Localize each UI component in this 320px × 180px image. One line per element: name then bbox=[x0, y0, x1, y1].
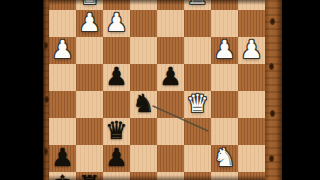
square-d7[interactable] bbox=[130, 10, 157, 37]
board-frame-left bbox=[43, 0, 49, 180]
square-e3[interactable] bbox=[157, 118, 184, 145]
square-a5[interactable] bbox=[49, 64, 76, 91]
board-frame-right bbox=[265, 0, 282, 180]
white-pawn-g6[interactable]: ♟ bbox=[211, 36, 238, 63]
wood-knot bbox=[43, 148, 48, 155]
wood-grain bbox=[265, 0, 282, 180]
white-pawn-c7[interactable]: ♟ bbox=[103, 9, 130, 36]
black-pawn-c5[interactable]: ♟ bbox=[103, 63, 130, 90]
top-edge-shadow bbox=[43, 0, 282, 5]
square-d6[interactable] bbox=[130, 37, 157, 64]
square-h5[interactable] bbox=[238, 64, 265, 91]
square-b4[interactable] bbox=[76, 91, 103, 118]
white-pawn-b7[interactable]: ♟ bbox=[76, 9, 103, 36]
wood-knot bbox=[44, 96, 49, 103]
square-g5[interactable] bbox=[211, 64, 238, 91]
square-b3[interactable] bbox=[76, 118, 103, 145]
square-f6[interactable] bbox=[184, 37, 211, 64]
square-e6[interactable] bbox=[157, 37, 184, 64]
white-queen-f4[interactable]: ♛ bbox=[184, 90, 211, 117]
square-a7[interactable] bbox=[49, 10, 76, 37]
square-g7[interactable] bbox=[211, 10, 238, 37]
square-h3[interactable] bbox=[238, 118, 265, 145]
square-d3[interactable] bbox=[130, 118, 157, 145]
square-h7[interactable] bbox=[238, 10, 265, 37]
square-c6[interactable] bbox=[103, 37, 130, 64]
square-f2[interactable] bbox=[184, 145, 211, 172]
square-h2[interactable] bbox=[238, 145, 265, 172]
white-pawn-a6[interactable]: ♟ bbox=[49, 36, 76, 63]
square-d2[interactable] bbox=[130, 145, 157, 172]
square-e4[interactable] bbox=[157, 91, 184, 118]
chess-board: ♚♜♟♟♟♟♟♟♟♞♛♛♟♟♞♚♜ bbox=[49, 0, 265, 180]
square-b5[interactable] bbox=[76, 64, 103, 91]
white-pawn-h6[interactable]: ♟ bbox=[238, 36, 265, 63]
black-pawn-e5[interactable]: ♟ bbox=[157, 63, 184, 90]
wood-knot bbox=[269, 155, 274, 162]
square-d5[interactable] bbox=[130, 64, 157, 91]
wood-knot bbox=[270, 110, 275, 117]
bottom-edge-shadow bbox=[43, 175, 282, 180]
black-pawn-c2[interactable]: ♟ bbox=[103, 144, 130, 171]
square-c4[interactable] bbox=[103, 91, 130, 118]
square-e7[interactable] bbox=[157, 10, 184, 37]
pillarbox-right bbox=[282, 0, 320, 180]
square-e2[interactable] bbox=[157, 145, 184, 172]
square-f7[interactable] bbox=[184, 10, 211, 37]
square-h4[interactable] bbox=[238, 91, 265, 118]
black-pawn-a2[interactable]: ♟ bbox=[49, 144, 76, 171]
square-a3[interactable] bbox=[49, 118, 76, 145]
square-g4[interactable] bbox=[211, 91, 238, 118]
wood-knot bbox=[269, 63, 274, 70]
square-f5[interactable] bbox=[184, 64, 211, 91]
wood-knot bbox=[270, 18, 275, 25]
square-b6[interactable] bbox=[76, 37, 103, 64]
square-f3[interactable] bbox=[184, 118, 211, 145]
chess-video-frame: ♚♜♟♟♟♟♟♟♟♞♛♛♟♟♞♚♜ bbox=[0, 0, 320, 180]
square-g3[interactable] bbox=[211, 118, 238, 145]
black-queen-c3[interactable]: ♛ bbox=[103, 117, 130, 144]
pillarbox-left bbox=[0, 0, 43, 180]
square-b2[interactable] bbox=[76, 145, 103, 172]
square-a4[interactable] bbox=[49, 91, 76, 118]
black-knight-d4[interactable]: ♞ bbox=[130, 90, 157, 117]
white-knight-g2[interactable]: ♞ bbox=[211, 144, 238, 171]
wood-knot bbox=[43, 42, 48, 49]
